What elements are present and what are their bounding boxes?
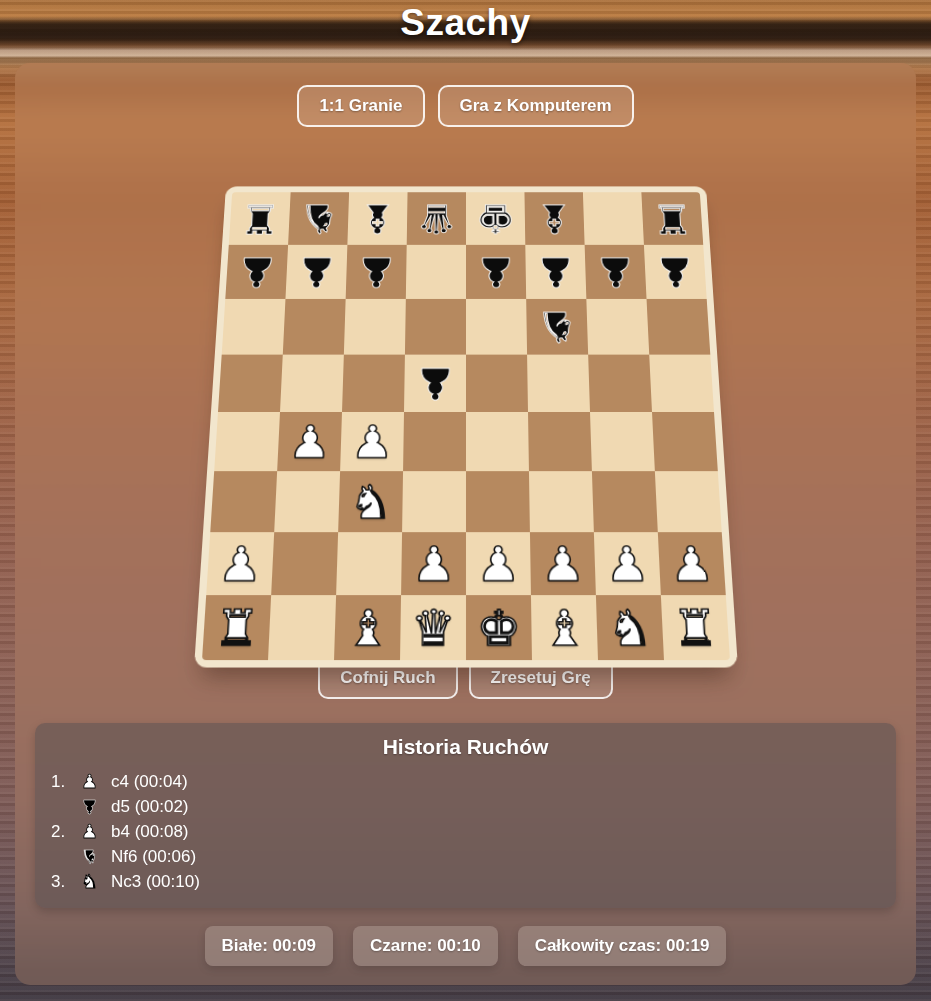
square-h7[interactable]: ♟ xyxy=(643,245,706,299)
white-queen-d1[interactable]: ♛ xyxy=(410,603,455,652)
square-d8[interactable]: ♛ xyxy=(406,192,465,245)
white-pawn-icon: ♟ xyxy=(81,772,111,791)
square-a4[interactable] xyxy=(214,412,280,471)
white-pawn-g2[interactable]: ♟ xyxy=(604,540,650,588)
black-pawn-b7[interactable]: ♟ xyxy=(295,251,337,292)
square-d2[interactable]: ♟ xyxy=(401,532,466,595)
history-row-4: ♞Nf6 (00:06) xyxy=(51,844,880,869)
square-d6[interactable] xyxy=(404,299,465,355)
square-a6[interactable] xyxy=(221,299,285,355)
black-knight-icon: ♞ xyxy=(81,847,111,866)
square-g4[interactable] xyxy=(590,412,655,471)
history-row-5: 3.♞Nc3 (00:10) xyxy=(51,869,880,894)
move-text: c4 (00:04) xyxy=(111,772,188,792)
square-d4[interactable] xyxy=(403,412,466,471)
one-on-one-button[interactable]: 1:1 Granie xyxy=(297,85,424,127)
square-d7[interactable] xyxy=(405,245,465,299)
square-h8[interactable]: ♜ xyxy=(641,192,703,245)
white-pawn-b4[interactable]: ♟ xyxy=(287,419,331,464)
square-f2[interactable]: ♟ xyxy=(529,532,595,595)
move-text: Nf6 (00:06) xyxy=(111,847,196,867)
black-pawn-f7[interactable]: ♟ xyxy=(534,251,576,292)
square-h1[interactable]: ♜ xyxy=(660,595,729,660)
square-a3[interactable] xyxy=(210,471,277,532)
square-c8[interactable]: ♝ xyxy=(347,192,407,245)
white-knight-g1[interactable]: ♞ xyxy=(606,603,652,652)
square-f6[interactable]: ♞ xyxy=(526,299,588,355)
black-rook-h8[interactable]: ♜ xyxy=(651,199,693,239)
square-h2[interactable]: ♟ xyxy=(657,532,725,595)
square-g2[interactable]: ♟ xyxy=(593,532,660,595)
black-knight-f6[interactable]: ♞ xyxy=(535,306,577,348)
square-f4[interactable] xyxy=(528,412,592,471)
black-pawn-icon: ♟ xyxy=(81,797,111,816)
black-timer: Czarne: 00:10 xyxy=(353,926,498,966)
white-pawn-d2[interactable]: ♟ xyxy=(411,540,455,588)
square-b7[interactable]: ♟ xyxy=(285,245,347,299)
square-c2[interactable] xyxy=(336,532,402,595)
history-row-2: ♟d5 (00:02) xyxy=(51,794,880,819)
mode-button-row: 1:1 Granie Gra z Komputerem xyxy=(15,85,916,127)
square-g7[interactable]: ♟ xyxy=(584,245,646,299)
square-a8[interactable]: ♜ xyxy=(228,192,290,245)
chess-board[interactable]: ♜♞♝♛♚♝♜♟♟♟♟♟♟♟♞♟♟♟♞♟♟♟♟♟♟♜♝♛♚♝♞♜ xyxy=(202,192,730,660)
black-pawn-d5[interactable]: ♟ xyxy=(414,361,456,405)
square-c7[interactable]: ♟ xyxy=(345,245,406,299)
square-g3[interactable] xyxy=(591,471,657,532)
white-king-e1[interactable]: ♚ xyxy=(476,603,521,652)
white-pawn-h2[interactable]: ♟ xyxy=(668,540,714,588)
black-rook-a8[interactable]: ♜ xyxy=(238,199,280,239)
white-bishop-f1[interactable]: ♝ xyxy=(541,603,587,652)
black-pawn-a7[interactable]: ♟ xyxy=(235,251,278,292)
square-h3[interactable] xyxy=(654,471,721,532)
square-g8[interactable] xyxy=(582,192,643,245)
white-pawn-f2[interactable]: ♟ xyxy=(540,540,585,588)
page-title: Szachy xyxy=(0,0,931,44)
square-a1[interactable]: ♜ xyxy=(202,595,271,660)
move-history-panel: Historia Ruchów 1.♟c4 (00:04)♟d5 (00:02)… xyxy=(35,723,896,908)
move-text: b4 (00:08) xyxy=(111,822,189,842)
square-b6[interactable] xyxy=(282,299,345,355)
square-g6[interactable] xyxy=(586,299,649,355)
board-scene: ♜♞♝♛♚♝♜♟♟♟♟♟♟♟♞♟♟♟♞♟♟♟♟♟♟♜♝♛♚♝♞♜ xyxy=(15,157,916,667)
black-bishop-c8[interactable]: ♝ xyxy=(357,199,398,239)
square-d3[interactable] xyxy=(402,471,466,532)
square-b4[interactable]: ♟ xyxy=(277,412,342,471)
square-c1[interactable]: ♝ xyxy=(334,595,401,660)
square-c4[interactable]: ♟ xyxy=(340,412,404,471)
move-text: Nc3 (00:10) xyxy=(111,872,200,892)
white-rook-a1[interactable]: ♜ xyxy=(213,603,260,652)
move-number: 1. xyxy=(51,772,81,792)
move-history-title: Historia Ruchów xyxy=(51,735,880,759)
square-f7[interactable]: ♟ xyxy=(525,245,586,299)
square-e4[interactable] xyxy=(466,412,529,471)
white-rook-h1[interactable]: ♜ xyxy=(671,603,718,652)
move-text: d5 (00:02) xyxy=(111,797,189,817)
white-knight-c3[interactable]: ♞ xyxy=(348,478,392,524)
white-pawn-c4[interactable]: ♟ xyxy=(350,419,394,464)
square-f8[interactable]: ♝ xyxy=(524,192,584,245)
square-e3[interactable] xyxy=(466,471,530,532)
square-d5[interactable]: ♟ xyxy=(404,355,466,412)
square-a2[interactable]: ♟ xyxy=(206,532,274,595)
square-e8[interactable]: ♚ xyxy=(466,192,525,245)
square-g5[interactable] xyxy=(588,355,652,412)
history-row-3: 2.♟b4 (00:08) xyxy=(51,819,880,844)
black-bishop-f8[interactable]: ♝ xyxy=(533,199,574,239)
vs-computer-button[interactable]: Gra z Komputerem xyxy=(438,85,634,127)
timer-row: Białe: 00:09 Czarne: 00:10 Całkowity cza… xyxy=(15,926,916,966)
square-b2[interactable] xyxy=(271,532,338,595)
chess-board-frame: ♜♞♝♛♚♝♜♟♟♟♟♟♟♟♞♟♟♟♞♟♟♟♟♟♟♜♝♛♚♝♞♜ xyxy=(194,186,738,667)
white-bishop-c1[interactable]: ♝ xyxy=(344,603,390,652)
square-f1[interactable]: ♝ xyxy=(530,595,597,660)
move-number: 2. xyxy=(51,822,81,842)
square-f5[interactable] xyxy=(527,355,590,412)
move-history-list: 1.♟c4 (00:04)♟d5 (00:02)2.♟b4 (00:08)♞Nf… xyxy=(51,769,880,894)
white-knight-icon: ♞ xyxy=(81,872,111,891)
square-c6[interactable] xyxy=(343,299,405,355)
square-c5[interactable] xyxy=(342,355,405,412)
square-h5[interactable] xyxy=(649,355,714,412)
square-a7[interactable]: ♟ xyxy=(225,245,288,299)
square-d1[interactable]: ♛ xyxy=(400,595,466,660)
black-pawn-e7[interactable]: ♟ xyxy=(475,251,516,292)
main-panel: 1:1 Granie Gra z Komputerem ♜♞♝♛♚♝♜♟♟♟♟♟… xyxy=(15,63,916,985)
white-pawn-e2[interactable]: ♟ xyxy=(476,540,520,588)
black-pawn-h7[interactable]: ♟ xyxy=(653,251,696,292)
total-timer: Całkowity czas: 00:19 xyxy=(518,926,727,966)
square-c3[interactable]: ♞ xyxy=(338,471,403,532)
square-e1[interactable]: ♚ xyxy=(466,595,532,660)
black-queen-d8[interactable]: ♛ xyxy=(416,199,456,239)
square-b5[interactable] xyxy=(280,355,344,412)
black-pawn-g7[interactable]: ♟ xyxy=(594,251,636,292)
square-h6[interactable] xyxy=(646,299,710,355)
square-h4[interactable] xyxy=(652,412,718,471)
square-e5[interactable] xyxy=(466,355,528,412)
square-e2[interactable]: ♟ xyxy=(466,532,531,595)
move-number: 3. xyxy=(51,872,81,892)
history-row-1: 1.♟c4 (00:04) xyxy=(51,769,880,794)
square-g1[interactable]: ♞ xyxy=(595,595,663,660)
square-b3[interactable] xyxy=(274,471,340,532)
square-a5[interactable] xyxy=(218,355,283,412)
square-b8[interactable]: ♞ xyxy=(288,192,349,245)
square-b1[interactable] xyxy=(268,595,336,660)
black-pawn-c7[interactable]: ♟ xyxy=(355,251,397,292)
white-timer: Białe: 00:09 xyxy=(205,926,334,966)
black-knight-b8[interactable]: ♞ xyxy=(297,199,339,239)
white-pawn-icon: ♟ xyxy=(81,822,111,841)
white-pawn-a2[interactable]: ♟ xyxy=(217,540,263,588)
square-e7[interactable]: ♟ xyxy=(466,245,526,299)
square-e6[interactable] xyxy=(466,299,527,355)
black-king-e8[interactable]: ♚ xyxy=(475,199,515,239)
square-f3[interactable] xyxy=(528,471,593,532)
